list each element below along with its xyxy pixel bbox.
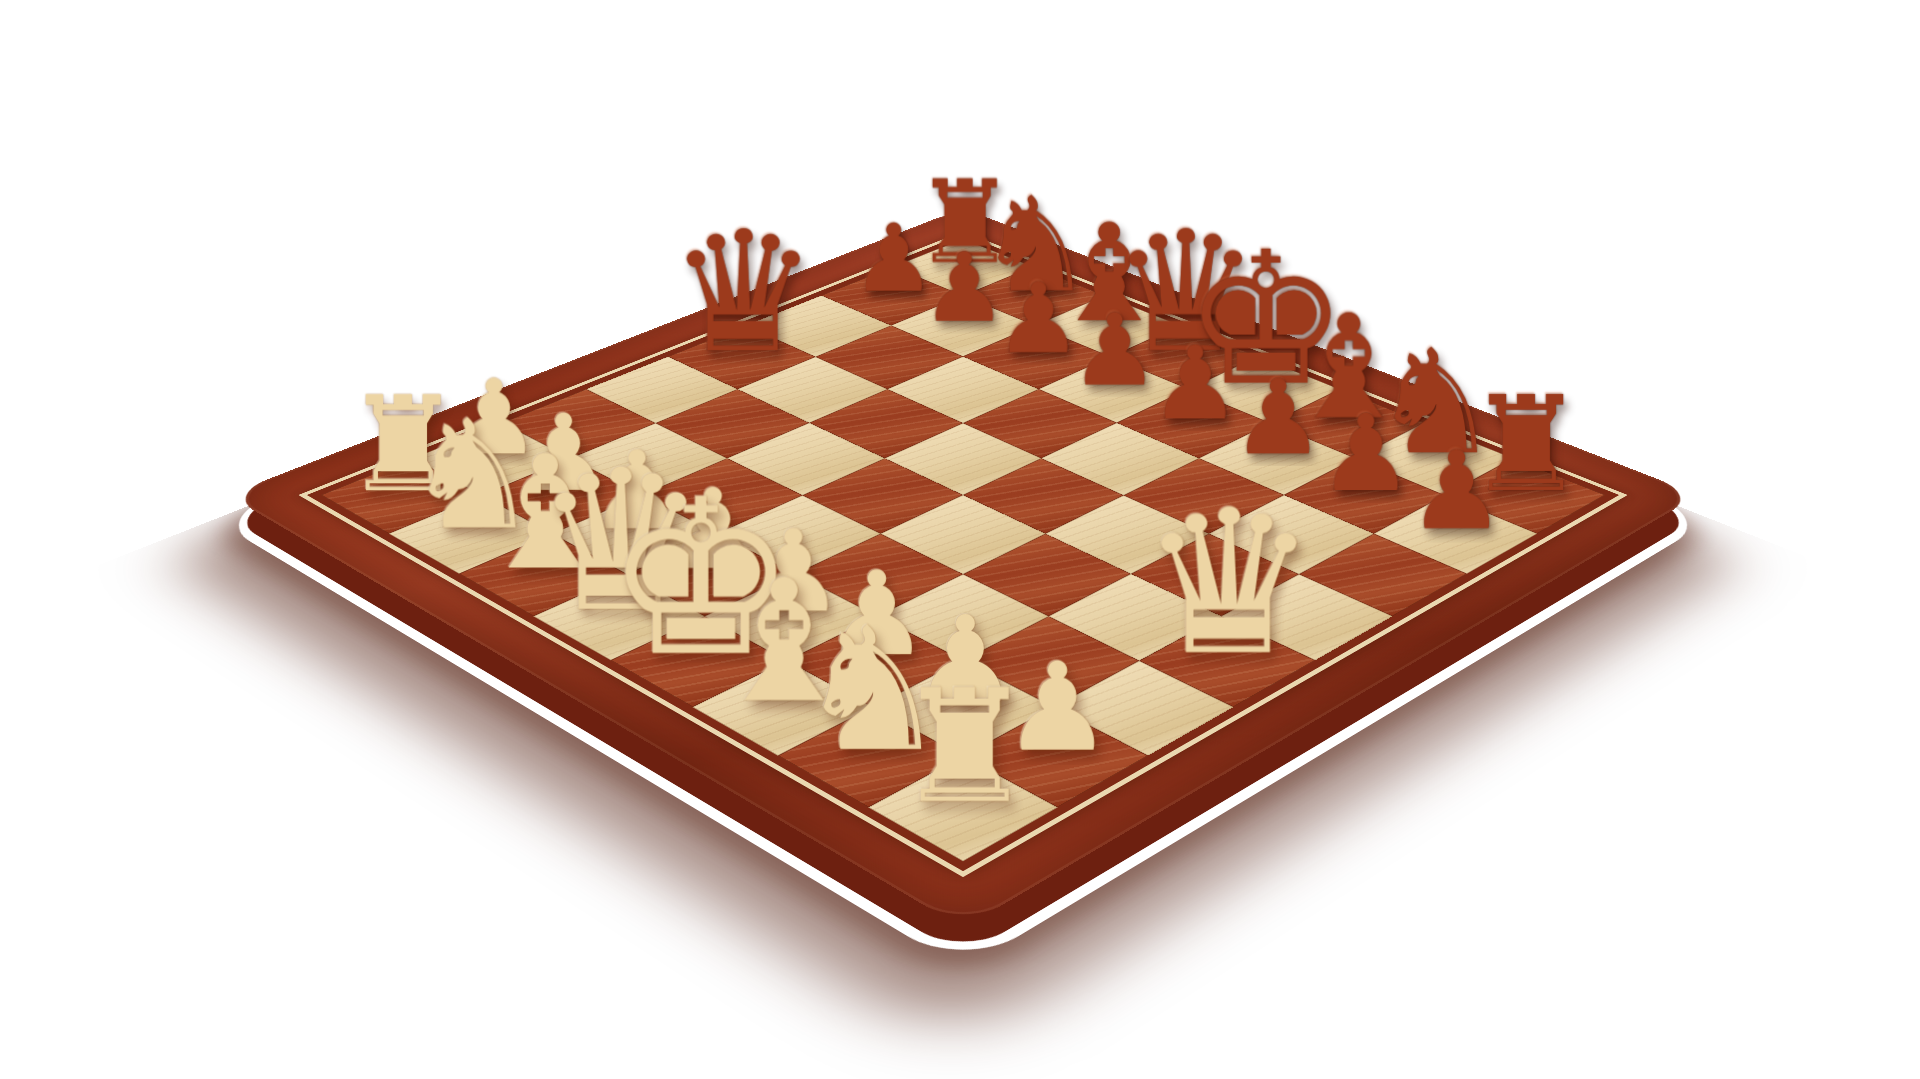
pawn-piece-glyph: ♟ <box>1408 437 1505 545</box>
board-grid: ♜♞♝♛♚♝♞♜♟♟♟♟♟♟♟♟♛♛♟♟♟♟♟♟♟♟♜♞♝♛♚♝♞♜ <box>321 239 1605 861</box>
photo-stage: ♜♞♝♛♚♝♞♜♟♟♟♟♟♟♟♟♛♛♟♟♟♟♟♟♟♟♜♞♝♛♚♝♞♜ <box>0 0 1920 1079</box>
pawn-piece-glyph: ♟ <box>1150 333 1241 434</box>
queen-piece-glyph: ♛ <box>668 209 818 376</box>
rook-piece-glyph: ♜ <box>895 669 1035 825</box>
square-h1[interactable]: ♜ <box>868 756 1058 862</box>
pawn-piece-glyph: ♟ <box>995 270 1082 367</box>
chess-board: ♜♞♝♛♚♝♞♜♟♟♟♟♟♟♟♟♛♛♟♟♟♟♟♟♟♟♜♞♝♛♚♝♞♜ <box>228 208 1699 928</box>
pawn-piece-glyph: ♟ <box>1232 366 1325 470</box>
square-h4[interactable]: ♛ <box>1139 616 1315 707</box>
pawn-piece-glyph: ♟ <box>1070 301 1159 400</box>
queen-piece-glyph: ♛ <box>1139 484 1318 684</box>
board-inlay-frame: ♜♞♝♛♚♝♞♜♟♟♟♟♟♟♟♟♛♛♟♟♟♟♟♟♟♟♜♞♝♛♚♝♞♜ <box>298 231 1627 877</box>
pawn-piece-glyph: ♟ <box>1318 401 1413 507</box>
